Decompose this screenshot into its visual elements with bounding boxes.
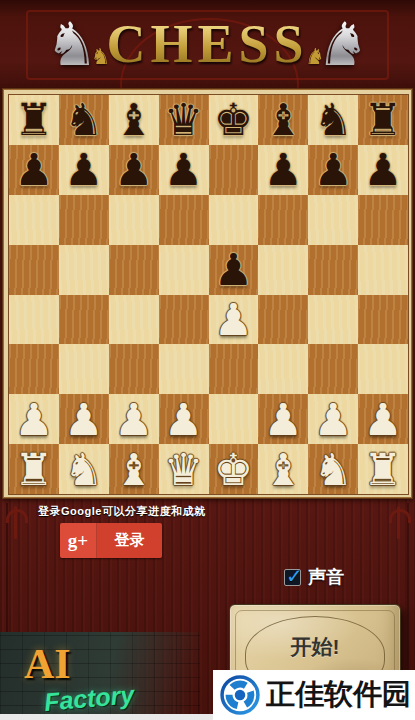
black-pawn: ♟ <box>114 145 153 194</box>
right-flourish-ornament <box>388 504 410 542</box>
black-bishop: ♝ <box>264 95 303 144</box>
square-e8[interactable]: ♚ <box>209 95 259 145</box>
square-b5[interactable] <box>59 245 109 295</box>
square-f6[interactable] <box>258 195 308 245</box>
black-pawn: ♟ <box>313 145 352 194</box>
white-knight: ♞ <box>64 445 103 494</box>
sound-label: 声音 <box>308 565 344 589</box>
square-g7[interactable]: ♟ <box>308 145 358 195</box>
square-h7[interactable]: ♟ <box>358 145 408 195</box>
square-c1[interactable]: ♝ <box>109 444 159 494</box>
square-b3[interactable] <box>59 344 109 394</box>
chess-board[interactable]: ♜♞♝♛♚♝♞♜♟♟♟♟♟♟♟♟♟♟♟♟♟♟♟♟♜♞♝♛♚♝♞♜ <box>8 94 409 495</box>
black-rook: ♜ <box>363 95 402 144</box>
square-a4[interactable] <box>9 295 59 345</box>
square-d6[interactable] <box>159 195 209 245</box>
square-h5[interactable] <box>358 245 408 295</box>
square-f7[interactable]: ♟ <box>258 145 308 195</box>
white-pawn: ♟ <box>64 395 103 444</box>
square-d2[interactable]: ♟ <box>159 394 209 444</box>
square-a7[interactable]: ♟ <box>9 145 59 195</box>
ai-factory-logo-ai: AI <box>24 640 71 688</box>
square-f8[interactable]: ♝ <box>258 95 308 145</box>
black-knight: ♞ <box>64 95 103 144</box>
square-b2[interactable]: ♟ <box>59 394 109 444</box>
square-e5[interactable]: ♟ <box>209 245 259 295</box>
black-pawn: ♟ <box>264 145 303 194</box>
square-c5[interactable] <box>109 245 159 295</box>
square-h6[interactable] <box>358 195 408 245</box>
square-a6[interactable] <box>9 195 59 245</box>
white-rook: ♜ <box>14 445 53 494</box>
google-plus-icon: g+ <box>60 523 97 558</box>
google-signin-button[interactable]: g+ 登录 <box>60 523 162 558</box>
white-king: ♚ <box>214 445 253 494</box>
square-f3[interactable] <box>258 344 308 394</box>
white-rook: ♜ <box>363 445 402 494</box>
square-g1[interactable]: ♞ <box>308 444 358 494</box>
square-d3[interactable] <box>159 344 209 394</box>
square-g3[interactable] <box>308 344 358 394</box>
square-g2[interactable]: ♟ <box>308 394 358 444</box>
square-d4[interactable] <box>159 295 209 345</box>
square-e4[interactable]: ♟ <box>209 295 259 345</box>
square-g4[interactable] <box>308 295 358 345</box>
square-b8[interactable]: ♞ <box>59 95 109 145</box>
white-pawn: ♟ <box>363 395 402 444</box>
square-c3[interactable] <box>109 344 159 394</box>
square-a2[interactable]: ♟ <box>9 394 59 444</box>
square-h1[interactable]: ♜ <box>358 444 408 494</box>
square-d7[interactable]: ♟ <box>159 145 209 195</box>
square-e1[interactable]: ♚ <box>209 444 259 494</box>
square-e6[interactable] <box>209 195 259 245</box>
black-queen: ♛ <box>164 95 203 144</box>
watermark-text: 正佳软件园 <box>266 675 411 715</box>
board-frame: ♜♞♝♛♚♝♞♜♟♟♟♟♟♟♟♟♟♟♟♟♟♟♟♟♜♞♝♛♚♝♞♜ <box>2 88 413 499</box>
white-bishop: ♝ <box>264 445 303 494</box>
white-pawn: ♟ <box>14 395 53 444</box>
square-c7[interactable]: ♟ <box>109 145 159 195</box>
left-flourish-ornament <box>5 504 27 542</box>
square-f1[interactable]: ♝ <box>258 444 308 494</box>
sound-checkbox[interactable]: ✓ <box>284 569 301 586</box>
square-d5[interactable] <box>159 245 209 295</box>
header: ♞ ♞ CHESS ♞ ♞ <box>0 0 415 88</box>
knight-statue-right-icon: ♞ <box>316 14 370 74</box>
square-a5[interactable] <box>9 245 59 295</box>
white-bishop: ♝ <box>114 445 153 494</box>
square-g8[interactable]: ♞ <box>308 95 358 145</box>
white-pawn: ♟ <box>214 295 253 344</box>
square-b4[interactable] <box>59 295 109 345</box>
site-watermark: 正佳软件园 <box>213 670 415 720</box>
black-pawn: ♟ <box>14 145 53 194</box>
square-e7[interactable] <box>209 145 259 195</box>
black-pawn: ♟ <box>164 145 203 194</box>
black-pawn: ♟ <box>214 245 253 294</box>
black-pawn: ♟ <box>363 145 402 194</box>
square-h8[interactable]: ♜ <box>358 95 408 145</box>
white-pawn: ♟ <box>313 395 352 444</box>
square-c4[interactable] <box>109 295 159 345</box>
black-rook: ♜ <box>14 95 53 144</box>
square-h2[interactable]: ♟ <box>358 394 408 444</box>
square-e3[interactable] <box>209 344 259 394</box>
square-f5[interactable] <box>258 245 308 295</box>
checkmark-icon: ✓ <box>286 564 303 588</box>
start-button-label: 开始! <box>230 633 400 661</box>
google-login-hint: 登录Google可以分享进度和成就 <box>38 504 205 519</box>
black-bishop: ♝ <box>114 95 153 144</box>
ai-factory-logo: AI Factory <box>0 632 200 720</box>
square-d8[interactable]: ♛ <box>159 95 209 145</box>
white-queen: ♛ <box>164 445 203 494</box>
square-g6[interactable] <box>308 195 358 245</box>
square-b1[interactable]: ♞ <box>59 444 109 494</box>
sound-row: ✓ 声音 <box>284 565 344 589</box>
square-a1[interactable]: ♜ <box>9 444 59 494</box>
white-pawn: ♟ <box>164 395 203 444</box>
square-c8[interactable]: ♝ <box>109 95 159 145</box>
chess-app-screen: ♞ ♞ CHESS ♞ ♞ ♜♞♝♛♚♝♞♜♟♟♟♟♟♟♟♟♟♟♟♟♟♟♟♟♜♞… <box>0 0 415 720</box>
square-f4[interactable] <box>258 295 308 345</box>
watermark-logo-icon <box>219 674 261 716</box>
square-c6[interactable] <box>109 195 159 245</box>
black-pawn: ♟ <box>64 145 103 194</box>
square-c2[interactable]: ♟ <box>109 394 159 444</box>
app-title: CHESS <box>102 0 312 88</box>
white-pawn: ♟ <box>264 395 303 444</box>
square-a3[interactable] <box>9 344 59 394</box>
white-knight: ♞ <box>313 445 352 494</box>
square-a8[interactable]: ♜ <box>9 95 59 145</box>
square-h3[interactable] <box>358 344 408 394</box>
square-h4[interactable] <box>358 295 408 345</box>
square-b7[interactable]: ♟ <box>59 145 109 195</box>
square-b6[interactable] <box>59 195 109 245</box>
white-pawn: ♟ <box>114 395 153 444</box>
google-signin-label: 登录 <box>97 523 162 558</box>
black-king: ♚ <box>214 95 253 144</box>
square-d1[interactable]: ♛ <box>159 444 209 494</box>
square-g5[interactable] <box>308 245 358 295</box>
square-f2[interactable]: ♟ <box>258 394 308 444</box>
square-e2[interactable] <box>209 394 259 444</box>
black-knight: ♞ <box>313 95 352 144</box>
